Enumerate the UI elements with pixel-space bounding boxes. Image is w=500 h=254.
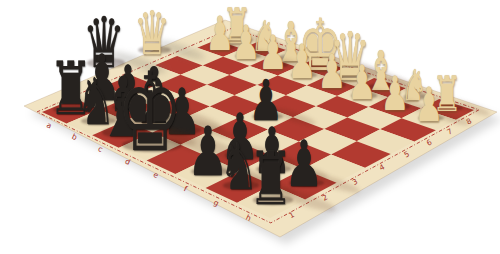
contact-shadow xyxy=(291,72,317,78)
contact-shadow xyxy=(81,117,117,125)
contact-shadow xyxy=(223,181,259,189)
contact-shadow xyxy=(138,46,171,54)
contact-shadow xyxy=(289,179,324,187)
contact-shadow xyxy=(418,115,444,121)
contact-shadow xyxy=(122,138,182,152)
contact-shadow xyxy=(384,103,410,109)
file-label-a: a xyxy=(45,120,53,130)
contact-shadow xyxy=(253,195,293,205)
contact-shadow xyxy=(225,151,260,159)
contact-shadow xyxy=(404,94,427,100)
contact-shadow xyxy=(256,165,291,173)
contact-shadow xyxy=(252,113,283,120)
chess-set-photo: abcdefgh12345678 ♜♞♝♚♛♝♞♜♟♟♟♟♟♟♟♟♟♟♟♝♟♟♟… xyxy=(0,0,500,254)
contact-shadow xyxy=(191,167,228,176)
contact-shadow xyxy=(87,58,126,67)
contact-shadow xyxy=(351,92,377,98)
